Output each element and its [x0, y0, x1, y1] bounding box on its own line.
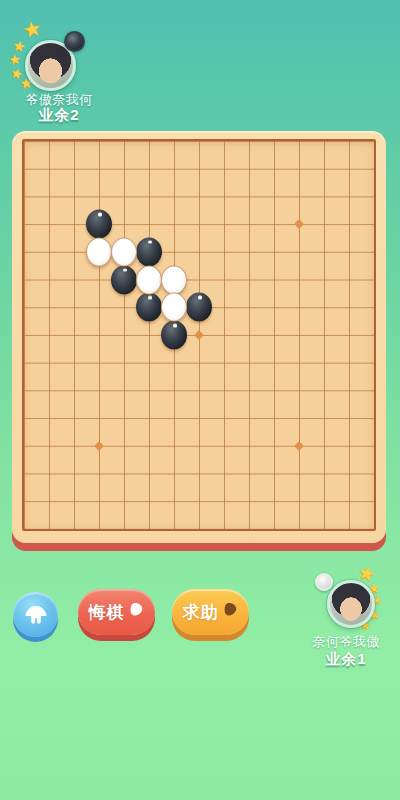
board-grid[interactable]	[22, 139, 376, 531]
black-stone	[86, 210, 112, 239]
game-screen: ★ ★ ★ ★ ★ 爷傲奈我何 业余2 悔棋 求助	[0, 0, 400, 800]
avatar[interactable]	[327, 580, 375, 628]
undo-button-label: 悔棋	[89, 601, 125, 624]
black-stone	[161, 321, 187, 350]
board-star-point	[194, 330, 204, 340]
home-icon	[23, 604, 49, 626]
star-icon: ★	[10, 66, 24, 81]
white-stone	[161, 265, 187, 294]
player-rank: 业余1	[294, 650, 398, 669]
player-name: 奈何爷我傲	[294, 633, 398, 651]
pick-icon	[128, 601, 145, 623]
black-stone-badge	[64, 31, 85, 52]
black-stone	[186, 293, 212, 322]
white-stone	[136, 265, 162, 294]
board-star-point	[294, 219, 304, 229]
undo-button[interactable]: 悔棋	[78, 589, 155, 635]
black-stone	[136, 293, 162, 322]
white-stone	[86, 237, 112, 266]
help-button[interactable]: 求助	[172, 589, 249, 635]
help-button-label: 求助	[183, 601, 219, 624]
board-frame	[12, 131, 386, 543]
star-icon: ★	[12, 38, 27, 54]
pick-icon	[222, 601, 239, 623]
white-stone	[111, 237, 137, 266]
black-stone	[111, 265, 137, 294]
star-icon: ★	[8, 52, 21, 66]
player-bottom-panel: ★ ★ ★ ★ ★ 奈何爷我傲 业余1	[294, 560, 398, 680]
board-star-point	[94, 441, 104, 451]
star-icon: ★	[21, 17, 43, 40]
home-button[interactable]	[13, 592, 58, 637]
white-stone	[161, 293, 187, 322]
player-top-panel: ★ ★ ★ ★ ★ 爷傲奈我何 业余2	[0, 8, 118, 126]
player-rank: 业余2	[0, 106, 118, 125]
white-stone-badge	[315, 573, 333, 591]
board-star-point	[294, 441, 304, 451]
black-stone	[136, 237, 162, 266]
